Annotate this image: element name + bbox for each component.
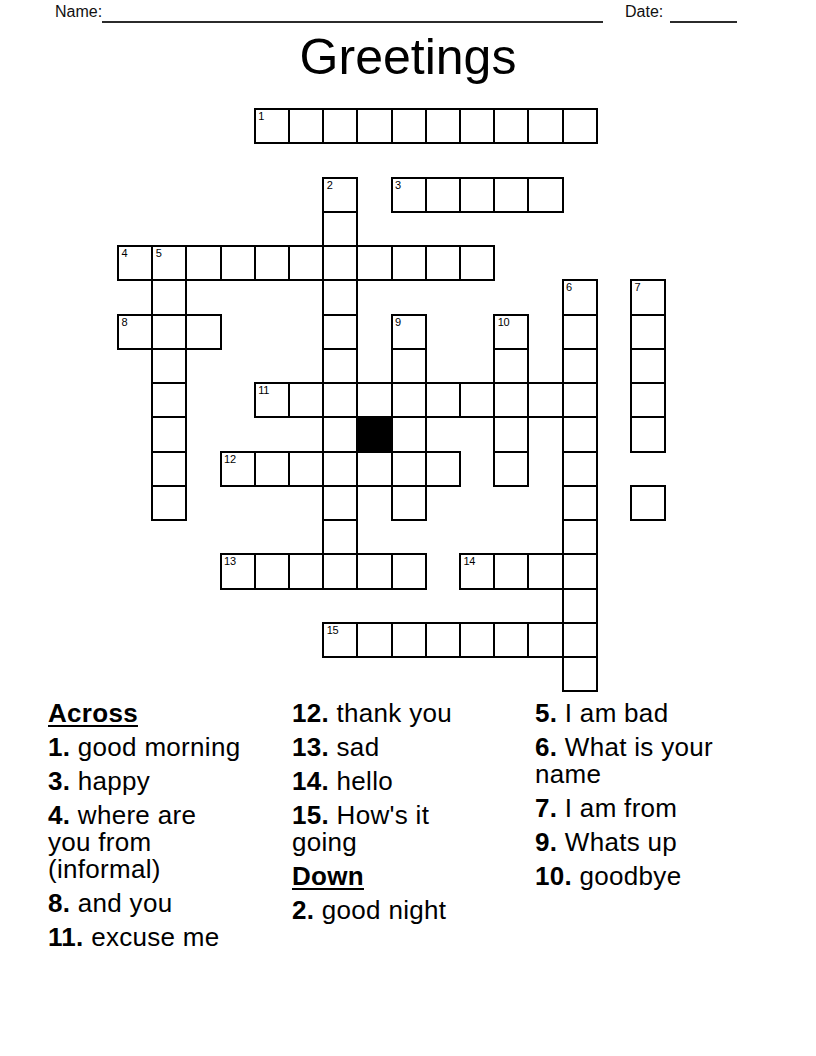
grid-cell[interactable] [254, 245, 290, 281]
grid-cell[interactable] [356, 382, 392, 418]
grid-cell[interactable] [288, 451, 324, 487]
cell-number: 3 [395, 180, 401, 191]
clue-item: 3. happy [48, 768, 280, 795]
puzzle-title: Greetings [0, 30, 816, 85]
name-label: Name: [55, 3, 102, 21]
grid-cell[interactable] [425, 622, 461, 658]
cell-number: 12 [224, 454, 236, 465]
clue-item-number: 6. [535, 732, 557, 762]
clues-heading: Down [292, 863, 504, 890]
grid-cell[interactable] [527, 108, 563, 144]
grid-cell[interactable] [322, 245, 358, 281]
grid-cell[interactable] [322, 416, 358, 452]
grid-cell[interactable] [562, 553, 598, 589]
worksheet-page: Name: Date: Greetings 123456789101112131… [0, 0, 816, 1056]
clue-item: 13. sad [292, 734, 504, 761]
grid-cell[interactable] [288, 382, 324, 418]
cell-number: 10 [498, 317, 510, 328]
blocked-cell [356, 416, 392, 452]
grid-cell[interactable]: 15 [322, 622, 358, 658]
clues-heading: Across [48, 700, 280, 727]
grid-cell[interactable] [562, 588, 598, 624]
grid-cell[interactable] [562, 519, 598, 555]
grid-cell[interactable] [493, 177, 529, 213]
grid-cell[interactable] [151, 348, 187, 384]
grid-cell[interactable] [630, 314, 666, 350]
grid-cell[interactable] [322, 451, 358, 487]
grid-cell[interactable] [459, 108, 495, 144]
grid-cell[interactable] [562, 622, 598, 658]
grid-cell[interactable] [151, 314, 187, 350]
grid-cell[interactable] [391, 382, 427, 418]
grid-cell[interactable] [151, 451, 187, 487]
grid-cell[interactable] [356, 622, 392, 658]
cell-number: 8 [122, 317, 128, 328]
cell-number: 9 [395, 317, 401, 328]
clue-item: 4. where are you from (informal) [48, 802, 280, 883]
grid-cell[interactable]: 4 [117, 245, 153, 281]
grid-cell[interactable] [425, 451, 461, 487]
grid-cell[interactable] [562, 348, 598, 384]
grid-cell[interactable] [220, 245, 256, 281]
grid-cell[interactable] [151, 485, 187, 521]
grid-cell[interactable] [493, 382, 529, 418]
clue-item-number: 3. [48, 766, 70, 796]
clue-item-number: 13. [292, 732, 329, 762]
clue-column-3: 5. I am bad6. What is your name7. I am f… [535, 700, 787, 897]
grid-cell[interactable] [425, 245, 461, 281]
grid-cell[interactable] [527, 553, 563, 589]
clue-item-number: 5. [535, 698, 557, 728]
cell-number: 14 [464, 556, 476, 567]
grid-cell[interactable]: 1 [254, 108, 290, 144]
grid-cell[interactable] [356, 451, 392, 487]
grid-cell[interactable] [391, 553, 427, 589]
clue-item: 1. good morning [48, 734, 280, 761]
cell-number: 11 [258, 385, 269, 396]
clue-item-number: 7. [535, 793, 557, 823]
clue-item-number: 11. [48, 922, 84, 952]
cell-number: 1 [258, 111, 264, 122]
clue-item-number: 12. [292, 698, 329, 728]
cell-number: 7 [635, 282, 641, 293]
clue-item: 5. I am bad [535, 700, 787, 727]
grid-cell[interactable] [185, 245, 221, 281]
grid-cell[interactable] [391, 245, 427, 281]
grid-cell[interactable] [527, 382, 563, 418]
grid-cell[interactable]: 10 [493, 314, 529, 350]
grid-cell[interactable] [493, 348, 529, 384]
clue-item-number: 14. [292, 766, 329, 796]
cell-number: 2 [327, 180, 333, 191]
grid-cell[interactable] [391, 416, 427, 452]
grid-cell[interactable]: 8 [117, 314, 153, 350]
grid-cell[interactable] [185, 314, 221, 350]
grid-cell[interactable] [391, 622, 427, 658]
grid-cell[interactable] [322, 108, 358, 144]
grid-cell[interactable]: 5 [151, 245, 187, 281]
cell-number: 15 [327, 625, 339, 636]
clue-item: 14. hello [292, 768, 504, 795]
grid-cell[interactable] [322, 519, 358, 555]
grid-cell[interactable] [425, 177, 461, 213]
clue-item: 9. Whats up [535, 829, 787, 856]
clue-item-number: 9. [535, 827, 557, 857]
date-label: Date: [625, 3, 663, 21]
grid-cell[interactable] [493, 553, 529, 589]
cell-number: 13 [224, 556, 236, 567]
grid-cell[interactable] [322, 348, 358, 384]
grid-cell[interactable] [322, 553, 358, 589]
grid-cell[interactable] [493, 451, 529, 487]
grid-cell[interactable] [562, 451, 598, 487]
grid-cell[interactable] [356, 108, 392, 144]
grid-cell[interactable] [493, 416, 529, 452]
clue-item: 6. What is your name [535, 734, 787, 788]
grid-cell[interactable] [254, 553, 290, 589]
clue-column-1: Across1. good morning3. happy4. where ar… [48, 700, 280, 958]
clue-item: 12. thank you [292, 700, 504, 727]
grid-cell[interactable] [391, 451, 427, 487]
date-blank-line[interactable] [670, 21, 737, 23]
grid-cell[interactable]: 9 [391, 314, 427, 350]
cell-number: 4 [122, 248, 128, 259]
clue-item: 10. goodbye [535, 863, 787, 890]
grid-cell[interactable] [288, 245, 324, 281]
grid-cell[interactable] [562, 108, 598, 144]
grid-cell[interactable] [391, 108, 427, 144]
grid-cell[interactable] [288, 108, 324, 144]
grid-cell[interactable] [493, 108, 529, 144]
grid-cell[interactable] [356, 553, 392, 589]
grid-cell[interactable]: 14 [459, 553, 495, 589]
grid-cell[interactable] [459, 622, 495, 658]
grid-cell[interactable] [391, 348, 427, 384]
grid-cell[interactable] [322, 382, 358, 418]
clue-item-number: 2. [292, 895, 314, 925]
grid-cell[interactable] [527, 177, 563, 213]
grid-cell[interactable]: 13 [220, 553, 256, 589]
grid-cell[interactable] [151, 279, 187, 315]
clue-item: 8. and you [48, 890, 280, 917]
grid-cell[interactable] [322, 485, 358, 521]
grid-cell[interactable] [562, 416, 598, 452]
clue-item-number: 10. [535, 861, 572, 891]
grid-cell[interactable] [493, 622, 529, 658]
grid-cell[interactable]: 3 [391, 177, 427, 213]
grid-cell[interactable] [391, 485, 427, 521]
name-blank-line[interactable] [102, 21, 603, 23]
grid-cell[interactable] [562, 314, 598, 350]
grid-cell[interactable] [630, 382, 666, 418]
grid-cell[interactable] [562, 656, 598, 692]
grid-cell[interactable] [425, 382, 461, 418]
clue-item: 11. excuse me [48, 924, 280, 951]
grid-cell[interactable]: 11 [254, 382, 290, 418]
grid-cell[interactable]: 7 [630, 279, 666, 315]
clue-column-2: 12. thank you13. sad14. hello15. How's i… [292, 700, 504, 931]
grid-cell[interactable]: 2 [322, 177, 358, 213]
grid-cell[interactable] [425, 108, 461, 144]
clue-item-number: 4. [48, 800, 70, 830]
grid-cell[interactable] [356, 245, 392, 281]
cell-number: 5 [156, 248, 162, 259]
grid-cell[interactable] [459, 177, 495, 213]
grid-cell[interactable] [527, 622, 563, 658]
grid-cell[interactable] [459, 382, 495, 418]
grid-cell[interactable] [562, 382, 598, 418]
grid-cell[interactable]: 12 [220, 451, 256, 487]
clue-item-number: 15. [292, 800, 329, 830]
grid-cell[interactable] [459, 245, 495, 281]
clue-item: 15. How's it going [292, 802, 504, 856]
grid-cell[interactable] [322, 314, 358, 350]
cell-number: 6 [566, 282, 572, 293]
grid-cell[interactable] [288, 553, 324, 589]
grid-cell[interactable] [562, 485, 598, 521]
grid-cell[interactable] [630, 485, 666, 521]
clue-item-number: 8. [48, 888, 70, 918]
grid-cell[interactable] [630, 416, 666, 452]
grid-cell[interactable] [151, 416, 187, 452]
grid-cell[interactable] [322, 211, 358, 247]
clue-item: 2. good night [292, 897, 504, 924]
clue-item: 7. I am from [535, 795, 787, 822]
grid-cell[interactable] [254, 451, 290, 487]
clue-item-number: 1. [48, 732, 70, 762]
grid-cell[interactable] [151, 382, 187, 418]
grid-cell[interactable] [322, 279, 358, 315]
grid-cell[interactable] [630, 348, 666, 384]
crossword-grid: 123456789101112131415 [117, 108, 666, 692]
grid-cell[interactable]: 6 [562, 279, 598, 315]
